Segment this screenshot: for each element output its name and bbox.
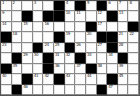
grid-cell[interactable]: 2 <box>12 1 23 11</box>
grid-cell[interactable]: 18 <box>12 32 23 42</box>
clue-number: 30 <box>34 53 38 57</box>
grid-cell[interactable] <box>12 11 23 21</box>
grid-cell[interactable]: 33 <box>86 53 97 63</box>
clue-number: 18 <box>13 32 17 36</box>
clue-number: 6 <box>108 1 110 5</box>
grid-cell[interactable]: 44 <box>86 74 97 84</box>
grid-cell[interactable] <box>65 85 76 95</box>
clue-number: 40 <box>2 74 6 78</box>
clue-number: 13 <box>119 11 123 15</box>
grid-cell[interactable]: 45 <box>118 74 129 84</box>
grid-cell[interactable]: 23 <box>1 43 12 53</box>
grid-cell[interactable] <box>22 32 33 42</box>
grid-cell[interactable] <box>75 22 86 32</box>
grid-cell[interactable] <box>128 74 139 84</box>
grid-cell[interactable] <box>118 85 129 95</box>
grid-cell[interactable]: 36 <box>54 64 65 74</box>
grid-cell[interactable]: 14 <box>1 22 12 32</box>
grid-cell[interactable] <box>128 53 139 63</box>
clue-number: 19 <box>66 32 70 36</box>
clue-number: 26 <box>76 43 80 47</box>
grid-cell[interactable] <box>33 32 44 42</box>
grid-cell[interactable] <box>107 64 118 74</box>
clue-number: 27 <box>98 43 102 47</box>
black-cell <box>97 85 108 95</box>
grid-cell[interactable]: 27 <box>97 43 108 53</box>
clue-number: 23 <box>2 43 6 47</box>
grid-cell[interactable] <box>128 43 139 53</box>
clue-number: 9 <box>2 11 4 15</box>
grid-cell[interactable] <box>128 64 139 74</box>
grid-cell[interactable]: 24 <box>43 43 54 53</box>
clue-number: 2 <box>13 1 15 5</box>
grid-cell[interactable]: 43 <box>65 74 76 84</box>
clue-number: 31 <box>55 53 59 57</box>
grid-cell[interactable] <box>86 85 97 95</box>
clue-number: 43 <box>66 74 70 78</box>
clue-number: 25 <box>55 43 59 47</box>
grid-cell[interactable]: 42 <box>43 74 54 84</box>
grid-cell[interactable]: 11 <box>75 11 86 21</box>
grid-cell[interactable]: 22 <box>128 32 139 42</box>
clue-number: 42 <box>44 74 48 78</box>
grid-cell[interactable]: 38 <box>97 64 108 74</box>
clue-number: 39 <box>119 64 123 68</box>
grid-cell[interactable] <box>33 22 44 32</box>
grid-cell[interactable] <box>75 74 86 84</box>
grid-cell[interactable]: 47 <box>107 85 118 95</box>
grid-cell[interactable]: 10 <box>65 11 76 21</box>
grid-cell[interactable] <box>128 11 139 21</box>
black-cell <box>22 74 33 84</box>
grid-cell[interactable]: 41 <box>33 74 44 84</box>
clue-number: 46 <box>23 85 27 89</box>
black-cell <box>107 32 118 42</box>
grid-cell[interactable] <box>33 85 44 95</box>
clue-number: 45 <box>119 74 123 78</box>
grid-cell[interactable] <box>43 1 54 11</box>
clue-number: 44 <box>87 74 91 78</box>
grid-cell[interactable] <box>22 64 33 74</box>
clue-number: 38 <box>98 64 102 68</box>
grid-cell[interactable]: 32 <box>65 53 76 63</box>
grid-cell[interactable] <box>12 43 23 53</box>
black-cell <box>12 85 23 95</box>
grid-cell[interactable] <box>97 74 108 84</box>
grid-cell[interactable]: 5 <box>86 1 97 11</box>
clue-number: 1 <box>2 1 4 5</box>
grid-cell[interactable]: 35 <box>12 64 23 74</box>
grid-cell[interactable]: 28 <box>118 43 129 53</box>
grid-cell[interactable] <box>128 85 139 95</box>
grid-cell[interactable]: 3 <box>33 1 44 11</box>
clue-number: 20 <box>87 32 91 36</box>
clue-number: 37 <box>76 64 80 68</box>
grid-cell[interactable] <box>1 85 12 95</box>
grid-cell[interactable] <box>86 11 97 21</box>
grid-cell[interactable] <box>107 22 118 32</box>
clue-number: 17 <box>98 22 102 26</box>
clue-number: 21 <box>119 32 123 36</box>
black-cell <box>54 1 65 11</box>
grid-cell[interactable]: 19 <box>65 32 76 42</box>
black-cell <box>54 11 65 21</box>
black-cell <box>43 53 54 63</box>
clue-number: 36 <box>55 64 59 68</box>
clue-number: 4 <box>66 1 68 5</box>
grid-cell[interactable]: 46 <box>22 85 33 95</box>
clue-number: 35 <box>13 64 17 68</box>
clue-number: 33 <box>87 53 91 57</box>
clue-number: 15 <box>23 22 27 26</box>
grid-cell[interactable]: 37 <box>75 64 86 74</box>
clue-number: 24 <box>44 43 48 47</box>
clue-number: 16 <box>44 22 48 26</box>
clue-number: 22 <box>129 32 133 36</box>
grid-cell[interactable] <box>54 22 65 32</box>
grid-cell[interactable] <box>75 85 86 95</box>
grid-cell[interactable]: 26 <box>75 43 86 53</box>
grid-cell[interactable]: 15 <box>22 22 33 32</box>
clue-number: 29 <box>23 53 27 57</box>
clue-number: 14 <box>2 22 6 26</box>
grid-cell[interactable] <box>22 1 33 11</box>
clue-number: 3 <box>34 1 36 5</box>
grid-cell[interactable]: 29 <box>22 53 33 63</box>
black-cell <box>107 74 118 84</box>
grid-cell[interactable]: 6 <box>107 1 118 11</box>
grid-cell[interactable]: 34 <box>107 53 118 63</box>
clue-number: 32 <box>66 53 70 57</box>
clue-number: 11 <box>76 11 80 15</box>
clue-number: 28 <box>119 43 123 47</box>
clue-number: 7 <box>119 1 121 5</box>
clue-number: 47 <box>108 85 112 89</box>
black-cell <box>54 74 65 84</box>
black-cell <box>107 11 118 21</box>
clue-number: 12 <box>98 11 102 15</box>
grid-cell[interactable]: 40 <box>1 74 12 84</box>
grid-cell[interactable]: 13 <box>118 11 129 21</box>
grid-cell[interactable] <box>33 11 44 21</box>
grid-cell[interactable] <box>43 85 54 95</box>
clue-number: 10 <box>66 11 70 15</box>
grid-cell[interactable]: 16 <box>43 22 54 32</box>
clue-number: 34 <box>108 53 112 57</box>
grid-cell[interactable]: 30 <box>33 53 44 63</box>
grid-cell[interactable] <box>54 85 65 95</box>
grid-cell[interactable]: 17 <box>97 22 108 32</box>
clue-number: 41 <box>34 74 38 78</box>
clue-number: 5 <box>87 1 89 5</box>
crossword-grid: 1234567891011121314151617181920212223242… <box>0 0 140 96</box>
grid-cell[interactable]: 20 <box>86 32 97 42</box>
grid-cell[interactable] <box>1 53 12 63</box>
grid-cell[interactable]: 8 <box>128 1 139 11</box>
grid-cell[interactable] <box>12 74 23 84</box>
clue-number: 8 <box>129 1 131 5</box>
